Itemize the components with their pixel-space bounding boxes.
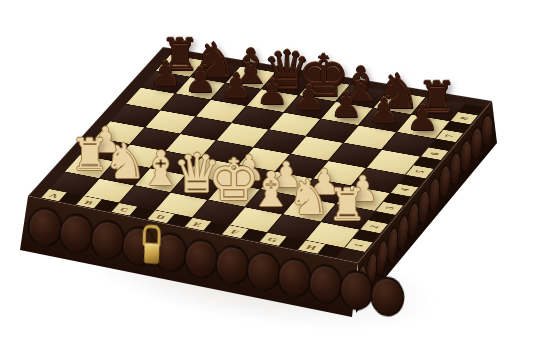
file-label-text: F: [223, 227, 247, 237]
file-label-text: B: [78, 198, 101, 207]
carved-circle: [428, 171, 441, 218]
rank-label-text: 1: [348, 242, 370, 248]
carved-circle: [407, 196, 419, 244]
brass-clasp-icon[interactable]: [139, 224, 164, 269]
file-label-text: G: [261, 234, 285, 244]
rank-label-text: 4: [394, 187, 416, 193]
rank-label-text: 8: [453, 115, 475, 121]
file-label-text: D: [149, 212, 172, 221]
file-label-text: A: [43, 191, 65, 200]
file-label-text: C: [113, 205, 136, 214]
rank-label-text: 2: [363, 223, 385, 229]
chess-set-photo: ABCDEFGH 87654321 ♜♞♝♛♚♝♞♜♟♟♟♟♟♟♟♟♟♟♟♟♟♜…: [0, 0, 533, 355]
file-label-text: H: [299, 242, 324, 252]
file-label-text: E: [186, 219, 210, 228]
carved-circle: [397, 209, 409, 257]
rank-label-text: 7: [439, 133, 461, 139]
clasp-plate: [144, 244, 159, 264]
carved-circle: [417, 184, 430, 232]
rank-label-text: 3: [379, 205, 401, 211]
carved-circle: [386, 221, 398, 270]
rank-label-text: 6: [424, 151, 446, 157]
rank-label-text: 5: [409, 169, 431, 175]
